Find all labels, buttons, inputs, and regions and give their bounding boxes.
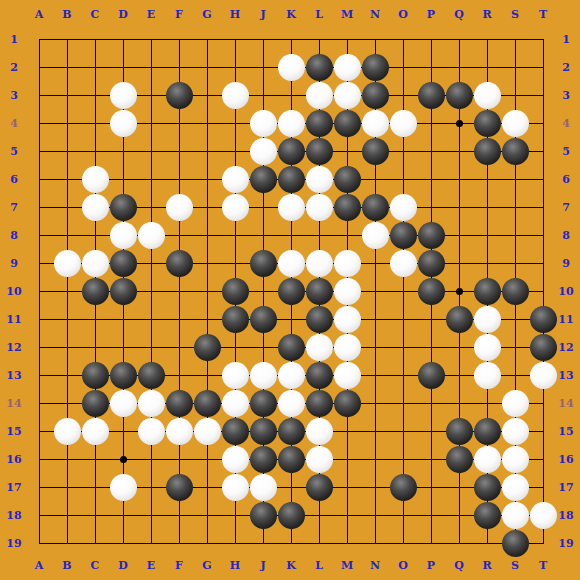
intersection-A12[interactable] — [25, 333, 53, 361]
intersection-A14[interactable] — [25, 389, 53, 417]
intersection-M4[interactable] — [333, 109, 361, 137]
intersection-P10[interactable] — [417, 277, 445, 305]
intersection-T1[interactable] — [529, 25, 557, 53]
intersection-T5[interactable] — [529, 137, 557, 165]
intersection-D13[interactable] — [109, 361, 137, 389]
intersection-O4[interactable] — [389, 109, 417, 137]
intersection-E3[interactable] — [137, 81, 165, 109]
intersection-N11[interactable] — [361, 305, 389, 333]
intersection-K8[interactable] — [277, 221, 305, 249]
intersection-E17[interactable] — [137, 473, 165, 501]
intersection-H10[interactable] — [221, 277, 249, 305]
intersection-R10[interactable] — [473, 277, 501, 305]
intersection-D7[interactable] — [109, 193, 137, 221]
intersection-J13[interactable] — [249, 361, 277, 389]
intersection-O9[interactable] — [389, 249, 417, 277]
intersection-R19[interactable] — [473, 529, 501, 557]
intersection-J3[interactable] — [249, 81, 277, 109]
intersection-L8[interactable] — [305, 221, 333, 249]
intersection-O18[interactable] — [389, 501, 417, 529]
intersection-Q17[interactable] — [445, 473, 473, 501]
intersection-H5[interactable] — [221, 137, 249, 165]
intersection-S14[interactable] — [501, 389, 529, 417]
intersection-Q5[interactable] — [445, 137, 473, 165]
intersection-B13[interactable] — [53, 361, 81, 389]
intersection-T13[interactable] — [529, 361, 557, 389]
intersection-L6[interactable] — [305, 165, 333, 193]
intersection-S2[interactable] — [501, 53, 529, 81]
intersection-B4[interactable] — [53, 109, 81, 137]
intersection-B9[interactable] — [53, 249, 81, 277]
intersection-M9[interactable] — [333, 249, 361, 277]
intersection-P19[interactable] — [417, 529, 445, 557]
intersection-H13[interactable] — [221, 361, 249, 389]
intersection-P15[interactable] — [417, 417, 445, 445]
intersection-L17[interactable] — [305, 473, 333, 501]
intersection-N18[interactable] — [361, 501, 389, 529]
intersection-G3[interactable] — [193, 81, 221, 109]
intersection-N4[interactable] — [361, 109, 389, 137]
intersection-T6[interactable] — [529, 165, 557, 193]
intersection-A18[interactable] — [25, 501, 53, 529]
intersection-M8[interactable] — [333, 221, 361, 249]
intersection-T15[interactable] — [529, 417, 557, 445]
intersection-L1[interactable] — [305, 25, 333, 53]
intersection-K12[interactable] — [277, 333, 305, 361]
intersection-E10[interactable] — [137, 277, 165, 305]
intersection-K5[interactable] — [277, 137, 305, 165]
intersection-R2[interactable] — [473, 53, 501, 81]
intersection-N6[interactable] — [361, 165, 389, 193]
intersection-H19[interactable] — [221, 529, 249, 557]
intersection-R4[interactable] — [473, 109, 501, 137]
intersection-C1[interactable] — [81, 25, 109, 53]
intersection-Q8[interactable] — [445, 221, 473, 249]
intersection-G5[interactable] — [193, 137, 221, 165]
intersection-Q7[interactable] — [445, 193, 473, 221]
intersection-L4[interactable] — [305, 109, 333, 137]
intersection-C17[interactable] — [81, 473, 109, 501]
intersection-H12[interactable] — [221, 333, 249, 361]
intersection-P16[interactable] — [417, 445, 445, 473]
intersection-G13[interactable] — [193, 361, 221, 389]
intersection-D18[interactable] — [109, 501, 137, 529]
intersection-G1[interactable] — [193, 25, 221, 53]
intersection-C11[interactable] — [81, 305, 109, 333]
intersection-B6[interactable] — [53, 165, 81, 193]
intersection-F11[interactable] — [165, 305, 193, 333]
intersection-Q15[interactable] — [445, 417, 473, 445]
intersection-A9[interactable] — [25, 249, 53, 277]
intersection-F3[interactable] — [165, 81, 193, 109]
intersection-N13[interactable] — [361, 361, 389, 389]
intersection-P14[interactable] — [417, 389, 445, 417]
intersection-S4[interactable] — [501, 109, 529, 137]
intersection-B2[interactable] — [53, 53, 81, 81]
intersection-A8[interactable] — [25, 221, 53, 249]
intersection-Q19[interactable] — [445, 529, 473, 557]
intersection-Q10[interactable] — [445, 277, 473, 305]
intersection-F17[interactable] — [165, 473, 193, 501]
intersection-P1[interactable] — [417, 25, 445, 53]
intersection-G19[interactable] — [193, 529, 221, 557]
intersection-R9[interactable] — [473, 249, 501, 277]
intersection-R16[interactable] — [473, 445, 501, 473]
intersection-G6[interactable] — [193, 165, 221, 193]
intersection-M5[interactable] — [333, 137, 361, 165]
intersection-M2[interactable] — [333, 53, 361, 81]
intersection-O13[interactable] — [389, 361, 417, 389]
intersection-G15[interactable] — [193, 417, 221, 445]
intersection-H4[interactable] — [221, 109, 249, 137]
intersection-F14[interactable] — [165, 389, 193, 417]
intersection-E6[interactable] — [137, 165, 165, 193]
intersection-G4[interactable] — [193, 109, 221, 137]
intersection-O3[interactable] — [389, 81, 417, 109]
intersection-L9[interactable] — [305, 249, 333, 277]
intersection-B18[interactable] — [53, 501, 81, 529]
intersection-F13[interactable] — [165, 361, 193, 389]
intersection-F9[interactable] — [165, 249, 193, 277]
intersection-Q11[interactable] — [445, 305, 473, 333]
intersection-S15[interactable] — [501, 417, 529, 445]
intersection-M3[interactable] — [333, 81, 361, 109]
intersection-H1[interactable] — [221, 25, 249, 53]
intersection-M10[interactable] — [333, 277, 361, 305]
intersection-K7[interactable] — [277, 193, 305, 221]
intersection-R15[interactable] — [473, 417, 501, 445]
intersection-N3[interactable] — [361, 81, 389, 109]
intersection-H17[interactable] — [221, 473, 249, 501]
intersection-R13[interactable] — [473, 361, 501, 389]
intersection-G8[interactable] — [193, 221, 221, 249]
intersection-H16[interactable] — [221, 445, 249, 473]
intersection-J8[interactable] — [249, 221, 277, 249]
intersection-E15[interactable] — [137, 417, 165, 445]
intersection-S9[interactable] — [501, 249, 529, 277]
intersection-K18[interactable] — [277, 501, 305, 529]
intersection-H9[interactable] — [221, 249, 249, 277]
intersection-M18[interactable] — [333, 501, 361, 529]
intersection-D6[interactable] — [109, 165, 137, 193]
intersection-R1[interactable] — [473, 25, 501, 53]
intersection-F7[interactable] — [165, 193, 193, 221]
intersection-Q9[interactable] — [445, 249, 473, 277]
intersection-N17[interactable] — [361, 473, 389, 501]
intersection-P4[interactable] — [417, 109, 445, 137]
intersection-T9[interactable] — [529, 249, 557, 277]
intersection-P17[interactable] — [417, 473, 445, 501]
intersection-S12[interactable] — [501, 333, 529, 361]
intersection-E18[interactable] — [137, 501, 165, 529]
intersection-E9[interactable] — [137, 249, 165, 277]
intersection-A17[interactable] — [25, 473, 53, 501]
intersection-K16[interactable] — [277, 445, 305, 473]
intersection-J9[interactable] — [249, 249, 277, 277]
intersection-N19[interactable] — [361, 529, 389, 557]
intersection-M7[interactable] — [333, 193, 361, 221]
intersection-T17[interactable] — [529, 473, 557, 501]
intersection-A13[interactable] — [25, 361, 53, 389]
intersection-O7[interactable] — [389, 193, 417, 221]
intersection-B10[interactable] — [53, 277, 81, 305]
intersection-M17[interactable] — [333, 473, 361, 501]
intersection-M6[interactable] — [333, 165, 361, 193]
intersection-B1[interactable] — [53, 25, 81, 53]
intersection-S7[interactable] — [501, 193, 529, 221]
intersection-E1[interactable] — [137, 25, 165, 53]
intersection-O10[interactable] — [389, 277, 417, 305]
intersection-K3[interactable] — [277, 81, 305, 109]
intersection-O6[interactable] — [389, 165, 417, 193]
intersection-A3[interactable] — [25, 81, 53, 109]
intersection-L11[interactable] — [305, 305, 333, 333]
intersection-B12[interactable] — [53, 333, 81, 361]
intersection-K19[interactable] — [277, 529, 305, 557]
intersection-O1[interactable] — [389, 25, 417, 53]
intersection-C12[interactable] — [81, 333, 109, 361]
intersection-A6[interactable] — [25, 165, 53, 193]
intersection-J18[interactable] — [249, 501, 277, 529]
intersection-O11[interactable] — [389, 305, 417, 333]
intersection-N9[interactable] — [361, 249, 389, 277]
intersection-N1[interactable] — [361, 25, 389, 53]
intersection-S1[interactable] — [501, 25, 529, 53]
intersection-E4[interactable] — [137, 109, 165, 137]
intersection-A2[interactable] — [25, 53, 53, 81]
intersection-S19[interactable] — [501, 529, 529, 557]
intersection-S8[interactable] — [501, 221, 529, 249]
intersection-J1[interactable] — [249, 25, 277, 53]
intersection-E7[interactable] — [137, 193, 165, 221]
intersection-O17[interactable] — [389, 473, 417, 501]
intersection-F5[interactable] — [165, 137, 193, 165]
intersection-K17[interactable] — [277, 473, 305, 501]
intersection-Q1[interactable] — [445, 25, 473, 53]
intersection-P7[interactable] — [417, 193, 445, 221]
intersection-F10[interactable] — [165, 277, 193, 305]
intersection-D8[interactable] — [109, 221, 137, 249]
intersection-D12[interactable] — [109, 333, 137, 361]
intersection-E14[interactable] — [137, 389, 165, 417]
intersection-G17[interactable] — [193, 473, 221, 501]
intersection-P8[interactable] — [417, 221, 445, 249]
intersection-R11[interactable] — [473, 305, 501, 333]
intersection-J2[interactable] — [249, 53, 277, 81]
intersection-J4[interactable] — [249, 109, 277, 137]
intersection-D5[interactable] — [109, 137, 137, 165]
intersection-N10[interactable] — [361, 277, 389, 305]
intersection-T12[interactable] — [529, 333, 557, 361]
intersection-E12[interactable] — [137, 333, 165, 361]
intersection-Q12[interactable] — [445, 333, 473, 361]
intersection-B3[interactable] — [53, 81, 81, 109]
intersection-O2[interactable] — [389, 53, 417, 81]
intersection-M15[interactable] — [333, 417, 361, 445]
intersection-G12[interactable] — [193, 333, 221, 361]
intersection-D11[interactable] — [109, 305, 137, 333]
intersection-O14[interactable] — [389, 389, 417, 417]
intersection-P2[interactable] — [417, 53, 445, 81]
intersection-P12[interactable] — [417, 333, 445, 361]
intersection-F6[interactable] — [165, 165, 193, 193]
intersection-H18[interactable] — [221, 501, 249, 529]
intersection-J6[interactable] — [249, 165, 277, 193]
intersection-A7[interactable] — [25, 193, 53, 221]
intersection-B16[interactable] — [53, 445, 81, 473]
intersection-C19[interactable] — [81, 529, 109, 557]
intersection-C14[interactable] — [81, 389, 109, 417]
intersection-T16[interactable] — [529, 445, 557, 473]
intersection-Q4[interactable] — [445, 109, 473, 137]
intersection-E16[interactable] — [137, 445, 165, 473]
intersection-M19[interactable] — [333, 529, 361, 557]
intersection-H14[interactable] — [221, 389, 249, 417]
intersection-D19[interactable] — [109, 529, 137, 557]
intersection-J11[interactable] — [249, 305, 277, 333]
intersection-G16[interactable] — [193, 445, 221, 473]
intersection-F1[interactable] — [165, 25, 193, 53]
intersection-C4[interactable] — [81, 109, 109, 137]
intersection-T4[interactable] — [529, 109, 557, 137]
intersection-C10[interactable] — [81, 277, 109, 305]
intersection-D2[interactable] — [109, 53, 137, 81]
intersection-P13[interactable] — [417, 361, 445, 389]
intersection-E8[interactable] — [137, 221, 165, 249]
intersection-L19[interactable] — [305, 529, 333, 557]
intersection-L13[interactable] — [305, 361, 333, 389]
intersection-Q14[interactable] — [445, 389, 473, 417]
intersection-H2[interactable] — [221, 53, 249, 81]
intersection-S18[interactable] — [501, 501, 529, 529]
intersection-A10[interactable] — [25, 277, 53, 305]
intersection-D14[interactable] — [109, 389, 137, 417]
intersection-K6[interactable] — [277, 165, 305, 193]
intersection-J17[interactable] — [249, 473, 277, 501]
intersection-D3[interactable] — [109, 81, 137, 109]
intersection-N8[interactable] — [361, 221, 389, 249]
intersection-R12[interactable] — [473, 333, 501, 361]
intersection-F8[interactable] — [165, 221, 193, 249]
intersection-L7[interactable] — [305, 193, 333, 221]
intersection-R3[interactable] — [473, 81, 501, 109]
intersection-F12[interactable] — [165, 333, 193, 361]
intersection-A19[interactable] — [25, 529, 53, 557]
intersection-Q16[interactable] — [445, 445, 473, 473]
intersection-T3[interactable] — [529, 81, 557, 109]
intersection-F15[interactable] — [165, 417, 193, 445]
intersection-K9[interactable] — [277, 249, 305, 277]
intersection-B5[interactable] — [53, 137, 81, 165]
intersection-L18[interactable] — [305, 501, 333, 529]
intersection-B8[interactable] — [53, 221, 81, 249]
intersection-S3[interactable] — [501, 81, 529, 109]
intersection-N15[interactable] — [361, 417, 389, 445]
intersection-M1[interactable] — [333, 25, 361, 53]
intersection-O12[interactable] — [389, 333, 417, 361]
intersection-Q18[interactable] — [445, 501, 473, 529]
intersection-G18[interactable] — [193, 501, 221, 529]
intersection-A4[interactable] — [25, 109, 53, 137]
intersection-L2[interactable] — [305, 53, 333, 81]
intersection-N7[interactable] — [361, 193, 389, 221]
intersection-K14[interactable] — [277, 389, 305, 417]
intersection-O19[interactable] — [389, 529, 417, 557]
intersection-J19[interactable] — [249, 529, 277, 557]
intersection-Q3[interactable] — [445, 81, 473, 109]
intersection-Q6[interactable] — [445, 165, 473, 193]
intersection-G9[interactable] — [193, 249, 221, 277]
intersection-D9[interactable] — [109, 249, 137, 277]
intersection-E19[interactable] — [137, 529, 165, 557]
intersection-B19[interactable] — [53, 529, 81, 557]
intersection-H8[interactable] — [221, 221, 249, 249]
intersection-R17[interactable] — [473, 473, 501, 501]
intersection-J10[interactable] — [249, 277, 277, 305]
intersection-H6[interactable] — [221, 165, 249, 193]
intersection-O5[interactable] — [389, 137, 417, 165]
intersection-F16[interactable] — [165, 445, 193, 473]
intersection-S5[interactable] — [501, 137, 529, 165]
intersection-A15[interactable] — [25, 417, 53, 445]
intersection-C3[interactable] — [81, 81, 109, 109]
intersection-S13[interactable] — [501, 361, 529, 389]
intersection-K1[interactable] — [277, 25, 305, 53]
intersection-B11[interactable] — [53, 305, 81, 333]
intersection-K13[interactable] — [277, 361, 305, 389]
intersection-H11[interactable] — [221, 305, 249, 333]
intersection-F19[interactable] — [165, 529, 193, 557]
intersection-O8[interactable] — [389, 221, 417, 249]
intersection-K2[interactable] — [277, 53, 305, 81]
intersection-N14[interactable] — [361, 389, 389, 417]
intersection-K15[interactable] — [277, 417, 305, 445]
intersection-K4[interactable] — [277, 109, 305, 137]
intersection-C18[interactable] — [81, 501, 109, 529]
intersection-D10[interactable] — [109, 277, 137, 305]
intersection-L14[interactable] — [305, 389, 333, 417]
intersection-C9[interactable] — [81, 249, 109, 277]
intersection-G10[interactable] — [193, 277, 221, 305]
intersection-B17[interactable] — [53, 473, 81, 501]
intersection-M14[interactable] — [333, 389, 361, 417]
intersection-P3[interactable] — [417, 81, 445, 109]
intersection-E11[interactable] — [137, 305, 165, 333]
intersection-J12[interactable] — [249, 333, 277, 361]
intersection-F2[interactable] — [165, 53, 193, 81]
intersection-M16[interactable] — [333, 445, 361, 473]
intersection-C2[interactable] — [81, 53, 109, 81]
intersection-S11[interactable] — [501, 305, 529, 333]
intersection-L12[interactable] — [305, 333, 333, 361]
intersection-O16[interactable] — [389, 445, 417, 473]
intersection-J15[interactable] — [249, 417, 277, 445]
intersection-D4[interactable] — [109, 109, 137, 137]
intersection-M12[interactable] — [333, 333, 361, 361]
intersection-R7[interactable] — [473, 193, 501, 221]
intersection-E5[interactable] — [137, 137, 165, 165]
intersection-L3[interactable] — [305, 81, 333, 109]
intersection-J7[interactable] — [249, 193, 277, 221]
intersection-M11[interactable] — [333, 305, 361, 333]
intersection-D17[interactable] — [109, 473, 137, 501]
intersection-Q2[interactable] — [445, 53, 473, 81]
intersection-H7[interactable] — [221, 193, 249, 221]
intersection-J16[interactable] — [249, 445, 277, 473]
intersection-B14[interactable] — [53, 389, 81, 417]
intersection-S17[interactable] — [501, 473, 529, 501]
intersection-L5[interactable] — [305, 137, 333, 165]
